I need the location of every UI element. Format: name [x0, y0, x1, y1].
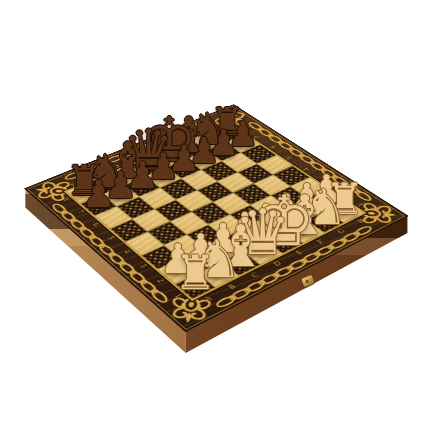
pawn-glyph: ♟ [82, 176, 116, 214]
rook-glyph: ♜ [174, 249, 216, 296]
chess-set-photo: 87654321 87654321 HGFEDCBA HGFEDCBA ♜♞♝♛… [0, 0, 440, 440]
pieces-layer: ♜♞♝♛♚♝♞♜♟♟♟♟♟♟♟♟♟♟♟♟♟♟♟♟♜♞♝♛♚♝♞♜ [0, 0, 440, 440]
